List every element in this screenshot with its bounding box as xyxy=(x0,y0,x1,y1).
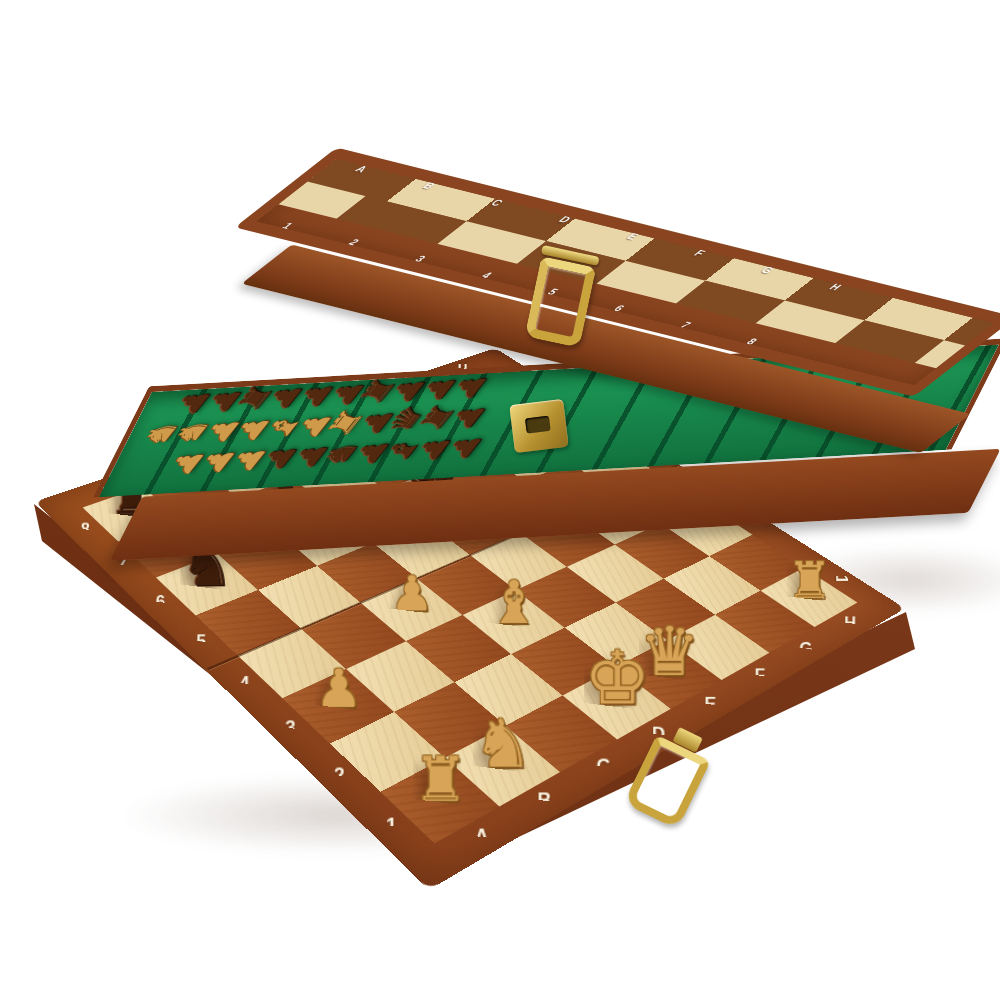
brass-latch-plate-icon xyxy=(509,399,568,453)
stored-dark-piece: ♟ xyxy=(441,428,488,464)
product-photo-stage: ABCDEFGH8♜♝♛7♟6♞♟♚54♟3♟♝21♜♞♚♛♜1ABCDEFGH… xyxy=(0,0,1000,1000)
